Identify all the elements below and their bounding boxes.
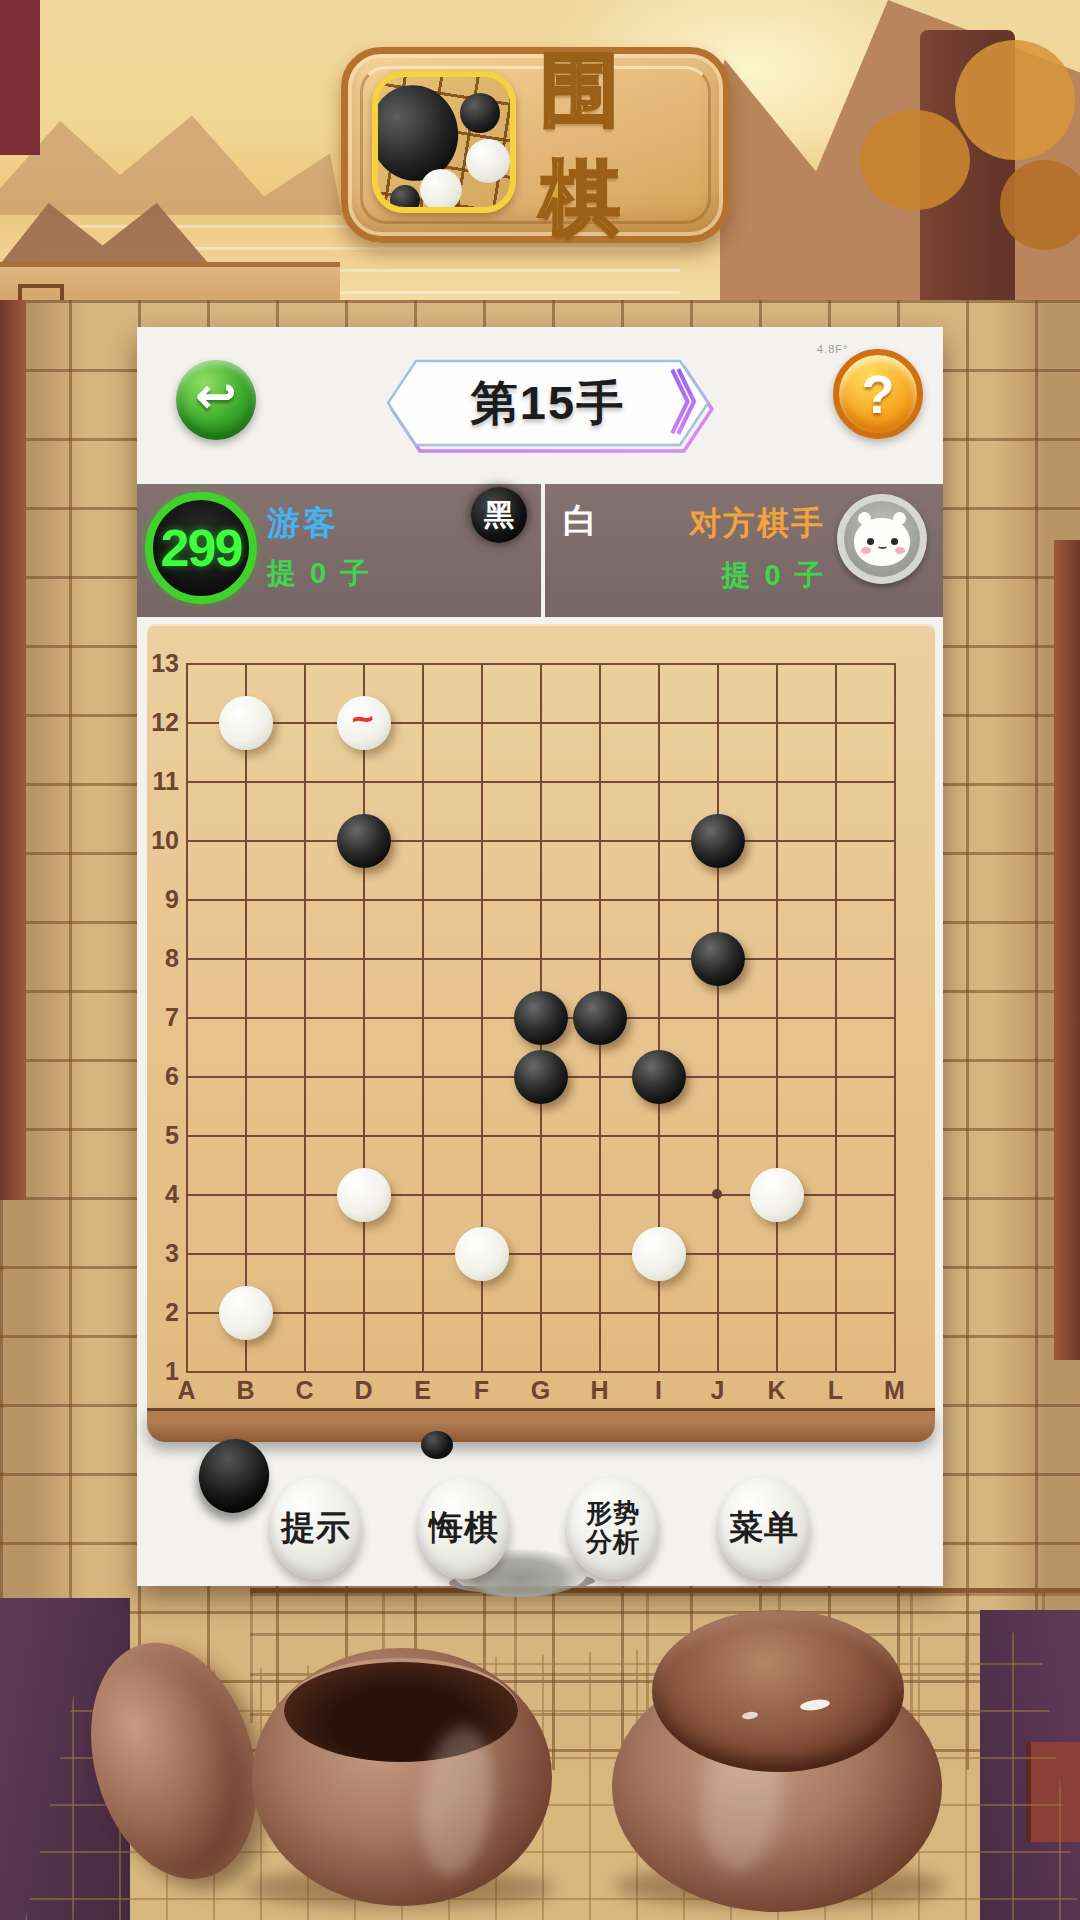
timer-circle: 299 [145,492,257,604]
black-stone-chip: 黑 [471,487,527,543]
stone-white-I3 [632,1227,686,1281]
autumn-tree [860,110,970,210]
go-board[interactable]: 13121110987654321 ABCDEFGHIJKLM ~ [147,624,935,1408]
autumn-tree [1000,160,1080,250]
avatar-eye [891,538,898,545]
avatar-face [854,518,910,566]
go-bowl-open [252,1648,552,1906]
stone-white-B2 [219,1286,273,1340]
icon-white-stone [420,169,462,211]
action-button-analysis[interactable]: 形势分析 [567,1477,659,1579]
stone-white-D4 [337,1168,391,1222]
stone-white-K4 [750,1168,804,1222]
last-move-stone-white-D12: ~ [337,696,391,750]
chevron-right-icon: 》 [668,355,730,452]
player-bar: 299 游客 提 0 子 黑 白 对方棋手 提 0 子 [137,484,943,617]
white-player-name: 对方棋手 [677,502,837,546]
timer-value: 299 [161,518,242,578]
app-logo-plaque: 围棋 [341,47,730,243]
question-mark-icon: ? [862,363,895,425]
icon-white-stone [466,139,510,183]
stones-grid: ~ [157,634,924,1401]
board-edge-right [1054,540,1080,1360]
go-game-screen: 围棋 ↩ 《 第15手 》 4.8F° ? [0,0,1080,1920]
avatar-eye [867,538,874,545]
stone-white-B12 [219,696,273,750]
action-button-undo[interactable]: 悔棋 [418,1477,510,1579]
opponent-avatar [837,494,927,584]
maroon-corner [0,0,40,155]
game-panel: ↩ 《 第15手 》 4.8F° ? 299 [137,327,943,1586]
board-rim [147,1408,935,1442]
watermark-text: 4.8F° [817,343,848,355]
stone-black-I6 [632,1050,686,1104]
action-button-menu[interactable]: 菜单 [718,1477,810,1579]
app-title: 围棋 [530,54,720,236]
player-bar-divider [541,484,545,617]
white-player-captures: 提 0 子 [694,556,854,596]
decor-black-stone-small [421,1431,453,1459]
avatar-mouth [878,543,887,549]
last-move-marker: ~ [350,697,377,742]
go-bowl-lid-on-top [652,1610,904,1772]
autumn-tree [955,40,1075,160]
avatar-cheek [895,547,905,554]
black-player-captures: 提 0 子 [267,554,372,594]
stone-black-G6 [514,1050,568,1104]
stone-black-J10 [691,814,745,868]
help-button[interactable]: ? [833,349,923,439]
avatar-cheek [861,547,871,554]
app-icon [372,71,516,213]
black-stone-label: 黑 [484,495,514,536]
back-button[interactable]: ↩ [176,360,256,440]
back-arrow-icon: ↩ [195,371,237,421]
stone-black-H7 [573,991,627,1045]
decor-black-stone [191,1432,277,1521]
move-number-label: 第15手 [414,353,682,453]
board-edge-left [0,300,26,1200]
stone-black-J8 [691,932,745,986]
black-player-name: 游客 [267,501,339,546]
action-button-hint[interactable]: 提示 [270,1477,362,1579]
move-number-banner: 《 第15手 》 [370,353,726,453]
stone-white-F3 [455,1227,509,1281]
stone-black-D10 [337,814,391,868]
icon-black-stone [390,185,420,213]
white-side-label: 白 [555,498,605,544]
icon-black-stone [460,93,500,133]
stone-black-G7 [514,991,568,1045]
